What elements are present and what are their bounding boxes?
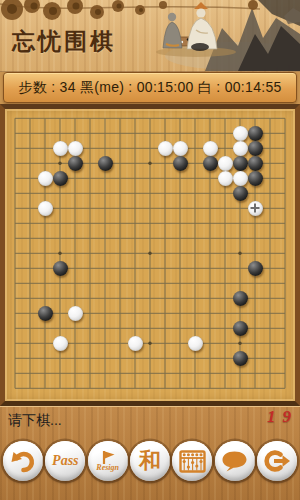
- black-stone: [68, 156, 83, 171]
- white-stone: [188, 336, 203, 351]
- white-stone: [128, 336, 143, 351]
- resign-button[interactable]: Resign: [88, 441, 128, 481]
- black-stone: [38, 306, 53, 321]
- black-stone: [53, 171, 68, 186]
- draw-label: 和: [139, 450, 161, 472]
- white-stone: [158, 141, 173, 156]
- white-stone: [53, 336, 68, 351]
- black-stone: [233, 291, 248, 306]
- white-stone: [233, 126, 248, 141]
- black-stone: [173, 156, 188, 171]
- abacus-icon: [179, 450, 206, 473]
- undo-button[interactable]: [3, 441, 43, 481]
- exit-button[interactable]: [257, 441, 297, 481]
- pass-label: Pass: [52, 454, 78, 468]
- footer: 请下棋... 19 Pass Resign 和: [0, 406, 300, 500]
- black-stone: [233, 156, 248, 171]
- black-stone: [248, 141, 263, 156]
- resign-label: Resign: [96, 464, 119, 472]
- white-stone: [173, 141, 188, 156]
- count-button[interactable]: [172, 441, 212, 481]
- white-stone: [218, 171, 233, 186]
- white-stone: [38, 201, 53, 216]
- white-stone: [203, 141, 218, 156]
- white-stone: [68, 141, 83, 156]
- black-stone: [233, 321, 248, 336]
- black-stone: [248, 171, 263, 186]
- black-stone: [53, 261, 68, 276]
- pass-button[interactable]: Pass: [45, 441, 85, 481]
- white-stone: [248, 201, 263, 216]
- black-stone: [233, 351, 248, 366]
- exit-arrow-icon: [263, 447, 291, 475]
- black-stone: [248, 261, 263, 276]
- black-stone: [248, 126, 263, 141]
- go-players-figures: [156, 2, 236, 57]
- white-stone: [53, 141, 68, 156]
- speech-bubble-icon: [221, 450, 248, 473]
- undo-arrow-icon: [9, 447, 37, 475]
- black-stone: [233, 186, 248, 201]
- toolbar: Pass Resign 和: [0, 441, 300, 485]
- white-stone: [218, 156, 233, 171]
- status-text: 步数 : 34 黑(me) : 00:15:00 白 : 00:14:55: [18, 79, 281, 97]
- turn-prompt: 请下棋...: [8, 412, 62, 430]
- pine-branches: [0, 0, 260, 20]
- status-bar: 步数 : 34 黑(me) : 00:15:00 白 : 00:14:55: [3, 72, 297, 103]
- draw-button[interactable]: 和: [130, 441, 170, 481]
- board-size-badge: 19: [267, 407, 298, 427]
- white-stone: [68, 306, 83, 321]
- white-stone: [233, 171, 248, 186]
- black-stone: [98, 156, 113, 171]
- header: 忘忧围棋: [0, 0, 300, 72]
- ink-mountains: [165, 0, 300, 71]
- black-stone: [248, 156, 263, 171]
- black-stone: [203, 156, 218, 171]
- app-title: 忘忧围棋: [12, 26, 116, 57]
- white-stone: [233, 141, 248, 156]
- go-board[interactable]: [0, 104, 300, 406]
- white-stone: [38, 171, 53, 186]
- chat-button[interactable]: [215, 441, 255, 481]
